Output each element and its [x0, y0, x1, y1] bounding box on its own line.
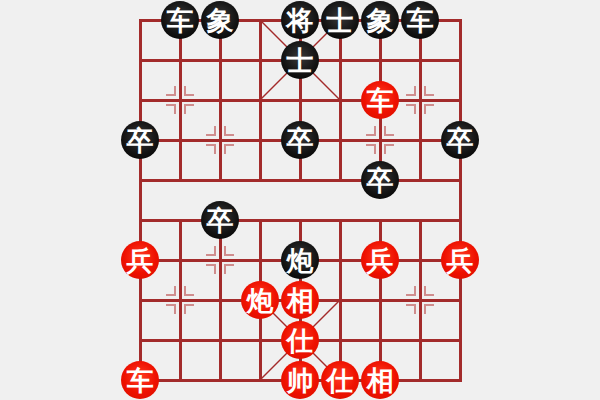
piece-red-general[interactable]: 帅	[281, 361, 319, 399]
piece-black-elephant[interactable]: 象	[361, 1, 399, 39]
piece-red-cannon[interactable]: 炮	[241, 281, 279, 319]
star-point	[225, 126, 234, 135]
star-point	[406, 86, 415, 95]
star-point	[406, 286, 415, 295]
piece-red-advisor[interactable]: 仕	[321, 361, 359, 399]
piece-red-soldier[interactable]: 兵	[361, 241, 399, 279]
star-point	[206, 145, 215, 154]
star-point	[385, 126, 394, 135]
star-point	[166, 286, 175, 295]
piece-red-elephant[interactable]: 相	[361, 361, 399, 399]
piece-black-soldier[interactable]: 卒	[361, 161, 399, 199]
star-point	[225, 246, 234, 255]
star-point	[166, 105, 175, 114]
piece-red-soldier[interactable]: 兵	[441, 241, 479, 279]
piece-black-soldier[interactable]: 卒	[121, 121, 159, 159]
star-point	[206, 265, 215, 274]
piece-black-advisor[interactable]: 士	[321, 1, 359, 39]
star-point	[425, 105, 434, 114]
piece-red-soldier[interactable]: 兵	[121, 241, 159, 279]
piece-black-soldier[interactable]: 卒	[441, 121, 479, 159]
star-point	[166, 86, 175, 95]
star-point	[425, 305, 434, 314]
star-point	[425, 86, 434, 95]
star-point	[206, 126, 215, 135]
star-point	[385, 145, 394, 154]
piece-red-chariot[interactable]: 车	[121, 361, 159, 399]
star-point	[225, 145, 234, 154]
star-point	[185, 305, 194, 314]
xiangqi-board: 车象将士象车士车卒卒卒卒卒兵炮兵兵炮相仕车帅仕相	[0, 0, 600, 400]
piece-black-soldier[interactable]: 卒	[201, 201, 239, 239]
star-point	[366, 145, 375, 154]
piece-black-soldier[interactable]: 卒	[281, 121, 319, 159]
piece-red-elephant[interactable]: 相	[281, 281, 319, 319]
star-point	[225, 265, 234, 274]
piece-black-chariot[interactable]: 车	[161, 1, 199, 39]
piece-black-cannon[interactable]: 炮	[281, 241, 319, 279]
star-point	[185, 105, 194, 114]
star-point	[366, 126, 375, 135]
star-point	[406, 105, 415, 114]
piece-black-advisor[interactable]: 士	[281, 41, 319, 79]
star-point	[166, 305, 175, 314]
piece-red-chariot[interactable]: 车	[361, 81, 399, 119]
piece-black-general[interactable]: 将	[281, 1, 319, 39]
piece-black-elephant[interactable]: 象	[201, 1, 239, 39]
star-point	[185, 86, 194, 95]
star-point	[406, 305, 415, 314]
star-point	[185, 286, 194, 295]
piece-black-chariot[interactable]: 车	[401, 1, 439, 39]
star-point	[206, 246, 215, 255]
star-point	[425, 286, 434, 295]
piece-red-advisor[interactable]: 仕	[281, 321, 319, 359]
